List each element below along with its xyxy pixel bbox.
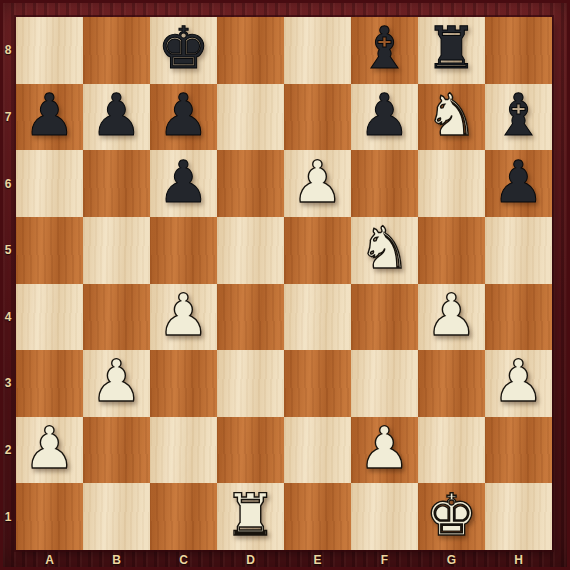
square-a4[interactable]	[16, 284, 83, 351]
rank-label-6: 6	[0, 150, 16, 217]
square-g4[interactable]: ♟	[418, 284, 485, 351]
file-label-g: G	[418, 550, 485, 570]
rank-label-5: 5	[0, 217, 16, 284]
square-b6[interactable]	[83, 150, 150, 217]
square-d8[interactable]	[217, 17, 284, 84]
square-b1[interactable]	[83, 483, 150, 550]
square-g3[interactable]	[418, 350, 485, 417]
square-f3[interactable]	[351, 350, 418, 417]
square-d2[interactable]	[217, 417, 284, 484]
square-b4[interactable]	[83, 284, 150, 351]
black-pawn-c6: ♟	[158, 153, 210, 211]
square-d5[interactable]	[217, 217, 284, 284]
square-e3[interactable]	[284, 350, 351, 417]
square-b2[interactable]	[83, 417, 150, 484]
black-bishop-h7: ♝	[493, 86, 545, 144]
square-d4[interactable]	[217, 284, 284, 351]
square-a3[interactable]	[16, 350, 83, 417]
square-d3[interactable]	[217, 350, 284, 417]
square-h2[interactable]	[485, 417, 552, 484]
square-a5[interactable]	[16, 217, 83, 284]
white-rook-d1: ♜	[225, 486, 277, 544]
square-h4[interactable]	[485, 284, 552, 351]
file-label-c: C	[150, 550, 217, 570]
square-a7[interactable]: ♟	[16, 84, 83, 151]
square-g7[interactable]: ♞	[418, 84, 485, 151]
file-label-h: H	[485, 550, 552, 570]
square-a8[interactable]	[16, 17, 83, 84]
black-pawn-a7: ♟	[24, 86, 76, 144]
square-a2[interactable]: ♟	[16, 417, 83, 484]
square-e2[interactable]	[284, 417, 351, 484]
file-label-f: F	[351, 550, 418, 570]
white-pawn-g4: ♟	[426, 286, 478, 344]
square-h6[interactable]: ♟	[485, 150, 552, 217]
white-knight-g7: ♞	[426, 86, 478, 144]
black-pawn-c7: ♟	[158, 86, 210, 144]
rank-label-1: 1	[0, 483, 16, 550]
square-c6[interactable]: ♟	[150, 150, 217, 217]
square-c2[interactable]	[150, 417, 217, 484]
square-h5[interactable]	[485, 217, 552, 284]
square-d7[interactable]	[217, 84, 284, 151]
rank-label-3: 3	[0, 350, 16, 417]
square-e6[interactable]: ♟	[284, 150, 351, 217]
square-f5[interactable]: ♞	[351, 217, 418, 284]
file-label-a: A	[16, 550, 83, 570]
white-pawn-e6: ♟	[292, 153, 344, 211]
square-b7[interactable]: ♟	[83, 84, 150, 151]
white-king-g1: ♚	[426, 486, 478, 544]
square-e8[interactable]	[284, 17, 351, 84]
square-c7[interactable]: ♟	[150, 84, 217, 151]
square-f6[interactable]	[351, 150, 418, 217]
square-d1[interactable]: ♜	[217, 483, 284, 550]
square-e1[interactable]	[284, 483, 351, 550]
white-pawn-b3: ♟	[91, 352, 143, 410]
square-b8[interactable]	[83, 17, 150, 84]
rank-label-8: 8	[0, 17, 16, 84]
rank-label-2: 2	[0, 417, 16, 484]
white-pawn-a2: ♟	[24, 419, 76, 477]
file-label-b: B	[83, 550, 150, 570]
square-g2[interactable]	[418, 417, 485, 484]
square-f7[interactable]: ♟	[351, 84, 418, 151]
square-a6[interactable]	[16, 150, 83, 217]
white-pawn-c4: ♟	[158, 286, 210, 344]
square-h7[interactable]: ♝	[485, 84, 552, 151]
white-pawn-f2: ♟	[359, 419, 411, 477]
black-bishop-f8: ♝	[359, 19, 411, 77]
square-b3[interactable]: ♟	[83, 350, 150, 417]
black-pawn-b7: ♟	[91, 86, 143, 144]
chessboard-screenshot: ♚♝♜♟♟♟♟♞♝♟♟♟♞♟♟♟♟♟♟♜♚ 87654321ABCDEFGH	[0, 0, 570, 570]
square-c8[interactable]: ♚	[150, 17, 217, 84]
square-c1[interactable]	[150, 483, 217, 550]
black-pawn-h6: ♟	[493, 153, 545, 211]
square-c5[interactable]	[150, 217, 217, 284]
square-f4[interactable]	[351, 284, 418, 351]
white-knight-f5: ♞	[359, 219, 411, 277]
square-h8[interactable]	[485, 17, 552, 84]
white-pawn-h3: ♟	[493, 352, 545, 410]
square-f2[interactable]: ♟	[351, 417, 418, 484]
square-e4[interactable]	[284, 284, 351, 351]
black-king-c8: ♚	[158, 19, 210, 77]
square-g6[interactable]	[418, 150, 485, 217]
square-h1[interactable]	[485, 483, 552, 550]
square-d6[interactable]	[217, 150, 284, 217]
file-label-d: D	[217, 550, 284, 570]
square-e5[interactable]	[284, 217, 351, 284]
square-c3[interactable]	[150, 350, 217, 417]
square-g1[interactable]: ♚	[418, 483, 485, 550]
square-a1[interactable]	[16, 483, 83, 550]
square-g8[interactable]: ♜	[418, 17, 485, 84]
square-f8[interactable]: ♝	[351, 17, 418, 84]
square-b5[interactable]	[83, 217, 150, 284]
chess-board: ♚♝♜♟♟♟♟♞♝♟♟♟♞♟♟♟♟♟♟♜♚	[16, 17, 552, 550]
black-rook-g8: ♜	[426, 19, 478, 77]
square-h3[interactable]: ♟	[485, 350, 552, 417]
square-f1[interactable]	[351, 483, 418, 550]
square-g5[interactable]	[418, 217, 485, 284]
square-e7[interactable]	[284, 84, 351, 151]
black-pawn-f7: ♟	[359, 86, 411, 144]
file-label-e: E	[284, 550, 351, 570]
square-c4[interactable]: ♟	[150, 284, 217, 351]
rank-label-7: 7	[0, 84, 16, 151]
rank-label-4: 4	[0, 284, 16, 351]
